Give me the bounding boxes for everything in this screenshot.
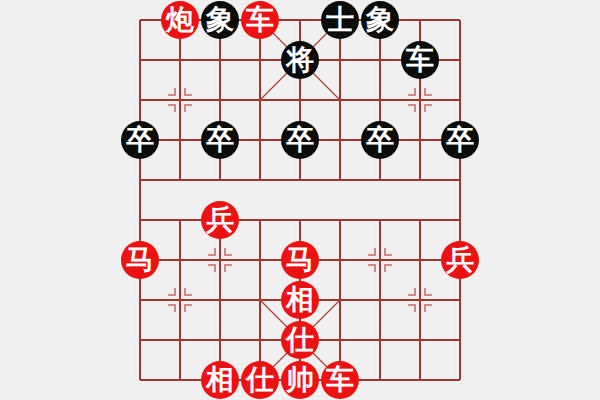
red-general[interactable]: 帅 [281, 361, 319, 399]
point-marker [168, 88, 192, 112]
marker-bracket [424, 288, 432, 296]
marker-bracket [184, 304, 192, 312]
black-general[interactable]: 将 [281, 41, 319, 79]
marker-bracket [224, 248, 232, 256]
marker-bracket [168, 104, 176, 112]
black-soldier[interactable]: 卒 [441, 121, 479, 159]
marker-bracket [208, 264, 216, 272]
xiangqi-board[interactable]: 炮象车士象将车卒卒卒卒卒兵马马兵相仕相仕帅车 [0, 0, 600, 400]
marker-bracket [368, 248, 376, 256]
black-advisor[interactable]: 士 [321, 1, 359, 39]
marker-bracket [168, 288, 176, 296]
red-elephant[interactable]: 相 [201, 361, 239, 399]
marker-bracket [184, 288, 192, 296]
marker-bracket [384, 264, 392, 272]
point-marker [168, 288, 192, 312]
marker-bracket [408, 88, 416, 96]
red-soldier[interactable]: 兵 [441, 241, 479, 279]
marker-bracket [424, 304, 432, 312]
piece-layer: 炮象车士象将车卒卒卒卒卒兵马马兵相仕相仕帅车 [120, 0, 480, 400]
point-marker [408, 88, 432, 112]
black-chariot[interactable]: 车 [401, 41, 439, 79]
marker-bracket [424, 104, 432, 112]
marker-bracket [184, 88, 192, 96]
marker-bracket [168, 304, 176, 312]
marker-bracket [424, 88, 432, 96]
black-soldier[interactable]: 卒 [121, 121, 159, 159]
marker-bracket [408, 288, 416, 296]
red-advisor[interactable]: 仕 [281, 321, 319, 359]
black-soldier[interactable]: 卒 [281, 121, 319, 159]
point-marker [368, 248, 392, 272]
red-chariot[interactable]: 车 [321, 361, 359, 399]
red-advisor[interactable]: 仕 [241, 361, 279, 399]
black-soldier[interactable]: 卒 [201, 121, 239, 159]
marker-bracket [408, 104, 416, 112]
marker-bracket [224, 264, 232, 272]
marker-bracket [184, 104, 192, 112]
black-elephant[interactable]: 象 [201, 1, 239, 39]
marker-bracket [208, 248, 216, 256]
red-cannon[interactable]: 炮 [161, 1, 199, 39]
point-marker [408, 288, 432, 312]
red-horse[interactable]: 马 [281, 241, 319, 279]
marker-bracket [168, 88, 176, 96]
red-elephant[interactable]: 相 [281, 281, 319, 319]
black-elephant[interactable]: 象 [361, 1, 399, 39]
marker-bracket [384, 248, 392, 256]
marker-bracket [408, 304, 416, 312]
point-marker [208, 248, 232, 272]
red-soldier[interactable]: 兵 [201, 201, 239, 239]
black-soldier[interactable]: 卒 [361, 121, 399, 159]
red-horse[interactable]: 马 [121, 241, 159, 279]
red-chariot[interactable]: 车 [241, 1, 279, 39]
marker-bracket [368, 264, 376, 272]
